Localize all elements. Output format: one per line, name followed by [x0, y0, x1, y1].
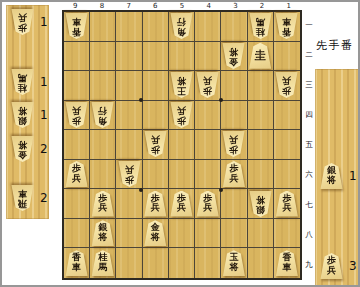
piece-sente-pawn[interactable]: 歩兵 [320, 253, 343, 279]
piece-sente-pawn[interactable]: 歩兵 [275, 191, 298, 217]
square-8九[interactable]: 桂馬 [90, 248, 116, 278]
square-7三[interactable] [116, 71, 142, 101]
shogi-app-window: 歩兵1桂馬1銀将1金将2飛車2 987654321 一二三四五六七八九 香車角行… [0, 0, 360, 287]
piece-gote-bishop[interactable]: 角行 [170, 13, 193, 39]
rank-label-四: 四 [304, 100, 314, 130]
piece-tile: 銀将 [11, 102, 34, 128]
square-4一[interactable] [195, 12, 221, 42]
piece-kanji: 飛車 [11, 189, 34, 208]
square-7九[interactable] [116, 248, 142, 278]
square-9七[interactable] [64, 189, 90, 219]
piece-tile: 玉将 [222, 250, 245, 276]
square-5六[interactable] [169, 160, 195, 190]
hoshi-dot [139, 188, 143, 192]
square-3五[interactable]: 歩兵 [221, 130, 247, 160]
rank-label-三: 三 [304, 70, 314, 100]
file-label-3: 3 [222, 2, 249, 10]
square-5一[interactable]: 角行 [169, 12, 195, 42]
piece-kanji: 香車 [275, 253, 298, 272]
file-labels: 987654321 [62, 2, 302, 10]
square-4五[interactable] [195, 130, 221, 160]
square-6八[interactable]: 金将 [143, 219, 169, 249]
square-2九[interactable] [248, 248, 274, 278]
hoshi-dot [219, 98, 223, 102]
piece-kanji: 金将 [144, 223, 167, 242]
square-2一[interactable]: 桂馬 [248, 12, 274, 42]
square-1七[interactable]: 歩兵 [274, 189, 300, 219]
piece-kanji: 歩兵 [196, 76, 219, 95]
piece-kanji: 香車 [65, 17, 88, 36]
piece-tile: 香車 [275, 13, 298, 39]
square-9八[interactable] [64, 219, 90, 249]
square-6五[interactable]: 歩兵 [143, 130, 169, 160]
piece-tile: 歩兵 [65, 161, 88, 187]
sente-hand-silver: 銀将1 [320, 163, 357, 189]
rank-label-六: 六 [304, 160, 314, 190]
gote-hand-gold: 金将2 [11, 136, 48, 162]
piece-kanji: 銀将 [320, 166, 343, 185]
piece-gote-silver[interactable]: 銀将 [249, 191, 272, 217]
piece-kanji: 歩兵 [65, 164, 88, 183]
piece-tile: 歩兵 [11, 9, 34, 35]
gote-hand-pawn: 歩兵1 [11, 9, 48, 35]
piece-sente-lance[interactable]: 香車 [275, 250, 298, 276]
file-label-9: 9 [62, 2, 89, 10]
gote-hand-silver: 銀将1 [11, 102, 48, 128]
piece-kanji: 圭 [249, 49, 272, 62]
square-2七[interactable]: 銀将 [248, 189, 274, 219]
piece-kanji: 桂馬 [249, 17, 272, 36]
piece-kanji: 歩兵 [91, 194, 114, 213]
piece-kanji: 歩兵 [118, 165, 141, 184]
square-9四[interactable]: 歩兵 [64, 101, 90, 131]
square-4四[interactable] [195, 101, 221, 131]
square-9六[interactable]: 歩兵 [64, 160, 90, 190]
piece-kanji: 歩兵 [275, 76, 298, 95]
piece-tile: 金将 [11, 136, 34, 162]
piece-kanji: 歩兵 [196, 194, 219, 213]
piece-tile: 圭 [249, 43, 272, 69]
file-label-1: 1 [275, 2, 302, 10]
piece-gote-lance[interactable]: 香車 [275, 13, 298, 39]
square-2八[interactable] [248, 219, 274, 249]
square-1五[interactable] [274, 130, 300, 160]
hoshi-dot [139, 98, 143, 102]
square-6一[interactable] [143, 12, 169, 42]
piece-kanji: 角行 [170, 17, 193, 36]
square-9九[interactable]: 香車 [64, 248, 90, 278]
square-1四[interactable] [274, 101, 300, 131]
turn-indicator: 先手番 [316, 38, 354, 53]
piece-tile: 香車 [65, 13, 88, 39]
square-5八[interactable] [169, 219, 195, 249]
square-8八[interactable]: 銀将 [90, 219, 116, 249]
piece-tile: 桂馬 [91, 250, 114, 276]
piece-gote-silver[interactable]: 銀将 [11, 102, 34, 128]
piece-tile: 歩兵 [170, 191, 193, 217]
piece-tile: 桂馬 [11, 69, 34, 95]
square-5五[interactable] [169, 130, 195, 160]
sente-hand-pawn: 歩兵3 [320, 253, 357, 279]
hoshi-dot [219, 188, 223, 192]
square-5四[interactable]: 歩兵 [169, 101, 195, 131]
piece-gote-knight[interactable]: 桂馬 [249, 13, 272, 39]
piece-tile: 歩兵 [170, 102, 193, 128]
piece-gote-pawn[interactable]: 歩兵 [65, 102, 88, 128]
piece-gote-lance[interactable]: 香車 [65, 13, 88, 39]
hand-count: 1 [349, 169, 357, 183]
piece-kanji: 銀将 [91, 223, 114, 242]
board-grid: 香車角行桂馬香車金将圭王将歩兵歩兵歩兵角行歩兵歩兵歩兵歩兵歩兵歩兵歩兵歩兵歩兵歩… [62, 10, 302, 280]
piece-tile: 歩兵 [144, 191, 167, 217]
piece-kanji: 金将 [222, 47, 245, 66]
piece-tile: 歩兵 [118, 161, 141, 187]
piece-kanji: 銀将 [11, 106, 34, 125]
hand-count: 1 [40, 108, 48, 122]
hand-count: 2 [40, 191, 48, 205]
piece-tile: 歩兵 [196, 191, 219, 217]
square-9二[interactable] [64, 42, 90, 72]
rank-label-八: 八 [304, 220, 314, 250]
piece-sente-knight[interactable]: 桂馬 [91, 250, 114, 276]
square-3七[interactable] [221, 189, 247, 219]
square-2四[interactable] [248, 101, 274, 131]
hand-count: 3 [349, 259, 357, 273]
piece-gote-pawn[interactable]: 歩兵 [11, 9, 34, 35]
square-4七[interactable]: 歩兵 [195, 189, 221, 219]
piece-kanji: 歩兵 [275, 194, 298, 213]
piece-kanji: 歩兵 [11, 13, 34, 32]
piece-sente-silver[interactable]: 銀将 [91, 220, 114, 246]
piece-tile: 銀将 [249, 191, 272, 217]
square-3三[interactable] [221, 71, 247, 101]
square-7四[interactable] [116, 101, 142, 131]
square-8二[interactable] [90, 42, 116, 72]
piece-tile: 歩兵 [196, 72, 219, 98]
file-label-5: 5 [169, 2, 196, 10]
hand-count: 1 [40, 15, 48, 29]
square-8五[interactable] [90, 130, 116, 160]
piece-tile: 歩兵 [222, 161, 245, 187]
piece-gote-knight[interactable]: 桂馬 [11, 69, 34, 95]
gote-hand-stand: 歩兵1桂馬1銀将1金将2飛車2 [6, 5, 49, 219]
piece-tile: 角行 [170, 13, 193, 39]
sente-hand-stand: 銀将1歩兵3 [315, 69, 360, 287]
piece-tile: 歩兵 [222, 131, 245, 157]
piece-gote-pawn[interactable]: 歩兵 [196, 72, 219, 98]
piece-kanji: 玉将 [222, 253, 245, 272]
piece-gote-pawn[interactable]: 歩兵 [118, 161, 141, 187]
square-9三[interactable] [64, 71, 90, 101]
square-2六[interactable] [248, 160, 274, 190]
square-8一[interactable] [90, 12, 116, 42]
square-7二[interactable] [116, 42, 142, 72]
piece-gote-gold[interactable]: 金将 [11, 136, 34, 162]
piece-gote-pawn[interactable]: 歩兵 [222, 131, 245, 157]
square-1九[interactable]: 香車 [274, 248, 300, 278]
piece-gote-pawn[interactable]: 歩兵 [144, 131, 167, 157]
piece-sente-pawn[interactable]: 歩兵 [65, 161, 88, 187]
piece-kanji: 歩兵 [222, 164, 245, 183]
piece-tile: 飛車 [11, 185, 34, 211]
square-9五[interactable] [64, 130, 90, 160]
square-4二[interactable] [195, 42, 221, 72]
file-label-2: 2 [249, 2, 276, 10]
square-1三[interactable]: 歩兵 [274, 71, 300, 101]
square-7五[interactable] [116, 130, 142, 160]
square-6九[interactable] [143, 248, 169, 278]
square-6二[interactable] [143, 42, 169, 72]
piece-kanji: 王将 [170, 76, 193, 95]
piece-kanji: 角行 [91, 106, 114, 125]
file-label-8: 8 [89, 2, 116, 10]
square-8七[interactable]: 歩兵 [90, 189, 116, 219]
hand-count: 2 [40, 142, 48, 156]
piece-sente-pawn[interactable]: 歩兵 [196, 191, 219, 217]
rank-label-一: 一 [304, 10, 314, 40]
piece-kanji: 歩兵 [65, 106, 88, 125]
piece-tile: 金将 [222, 43, 245, 69]
piece-tile: 歩兵 [275, 191, 298, 217]
piece-gote-pawn[interactable]: 歩兵 [170, 102, 193, 128]
piece-kanji: 歩兵 [170, 106, 193, 125]
piece-tile: 桂馬 [249, 13, 272, 39]
gote-hand-knight: 桂馬1 [11, 69, 48, 95]
piece-tile: 銀将 [320, 163, 343, 189]
rank-labels: 一二三四五六七八九 [304, 10, 314, 280]
piece-sente-pawn[interactable]: 歩兵 [144, 191, 167, 217]
square-6七[interactable]: 歩兵 [143, 189, 169, 219]
piece-sente-promoted-knight[interactable]: 圭 [249, 43, 272, 69]
file-label-6: 6 [142, 2, 169, 10]
file-label-7: 7 [115, 2, 142, 10]
square-1二[interactable] [274, 42, 300, 72]
piece-sente-pawn[interactable]: 歩兵 [222, 161, 245, 187]
gote-hand-rook: 飛車2 [11, 185, 48, 211]
square-4三[interactable]: 歩兵 [195, 71, 221, 101]
piece-kanji: 歩兵 [144, 194, 167, 213]
square-2二[interactable]: 圭 [248, 42, 274, 72]
piece-kanji: 歩兵 [222, 135, 245, 154]
piece-tile: 王将 [170, 72, 193, 98]
rank-label-七: 七 [304, 190, 314, 220]
piece-kanji: 桂馬 [11, 73, 34, 92]
piece-tile: 香車 [65, 250, 88, 276]
piece-kanji: 桂馬 [91, 253, 114, 272]
piece-sente-lance[interactable]: 香車 [65, 250, 88, 276]
piece-kanji: 歩兵 [170, 194, 193, 213]
square-7一[interactable] [116, 12, 142, 42]
rank-label-九: 九 [304, 250, 314, 280]
square-2三[interactable] [248, 71, 274, 101]
piece-gote-king[interactable]: 王将 [170, 72, 193, 98]
piece-sente-silver[interactable]: 銀将 [320, 163, 343, 189]
square-3四[interactable] [221, 101, 247, 131]
square-7六[interactable]: 歩兵 [116, 160, 142, 190]
piece-tile: 歩兵 [275, 72, 298, 98]
square-4八[interactable] [195, 219, 221, 249]
piece-kanji: 歩兵 [320, 256, 343, 275]
piece-gote-bishop[interactable]: 角行 [91, 102, 114, 128]
piece-gote-rook[interactable]: 飛車 [11, 185, 34, 211]
piece-tile: 歩兵 [91, 191, 114, 217]
square-4九[interactable] [195, 248, 221, 278]
square-3一[interactable] [221, 12, 247, 42]
square-6四[interactable] [143, 101, 169, 131]
piece-tile: 銀将 [91, 220, 114, 246]
square-8三[interactable] [90, 71, 116, 101]
square-5九[interactable] [169, 248, 195, 278]
piece-kanji: 金将 [11, 140, 34, 159]
piece-kanji: 香車 [65, 253, 88, 272]
square-2五[interactable] [248, 130, 274, 160]
piece-tile: 歩兵 [65, 102, 88, 128]
piece-gote-pawn[interactable]: 歩兵 [275, 72, 298, 98]
square-3二[interactable]: 金将 [221, 42, 247, 72]
square-6三[interactable] [143, 71, 169, 101]
piece-tile: 金将 [144, 220, 167, 246]
square-1六[interactable] [274, 160, 300, 190]
file-label-4: 4 [195, 2, 222, 10]
piece-sente-pawn[interactable]: 歩兵 [170, 191, 193, 217]
square-3九[interactable]: 玉将 [221, 248, 247, 278]
square-6六[interactable] [143, 160, 169, 190]
piece-sente-pawn[interactable]: 歩兵 [91, 191, 114, 217]
piece-kanji: 銀将 [249, 195, 272, 214]
piece-sente-gold[interactable]: 金将 [144, 220, 167, 246]
square-8六[interactable] [90, 160, 116, 190]
piece-kanji: 歩兵 [144, 135, 167, 154]
piece-tile: 歩兵 [144, 131, 167, 157]
hand-count: 1 [40, 75, 48, 89]
rank-label-二: 二 [304, 40, 314, 70]
square-7八[interactable] [116, 219, 142, 249]
square-8四[interactable]: 角行 [90, 101, 116, 131]
piece-sente-king[interactable]: 玉将 [222, 250, 245, 276]
square-5七[interactable]: 歩兵 [169, 189, 195, 219]
piece-kanji: 香車 [275, 17, 298, 36]
square-3六[interactable]: 歩兵 [221, 160, 247, 190]
square-5二[interactable] [169, 42, 195, 72]
square-9一[interactable]: 香車 [64, 12, 90, 42]
square-7七[interactable] [116, 189, 142, 219]
square-5三[interactable]: 王将 [169, 71, 195, 101]
piece-tile: 香車 [275, 250, 298, 276]
square-1八[interactable] [274, 219, 300, 249]
piece-tile: 歩兵 [320, 253, 343, 279]
rank-label-五: 五 [304, 130, 314, 160]
piece-gote-gold[interactable]: 金将 [222, 43, 245, 69]
square-1一[interactable]: 香車 [274, 12, 300, 42]
square-4六[interactable] [195, 160, 221, 190]
piece-tile: 角行 [91, 102, 114, 128]
square-3八[interactable] [221, 219, 247, 249]
